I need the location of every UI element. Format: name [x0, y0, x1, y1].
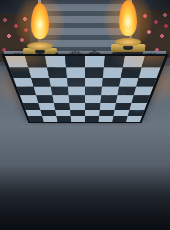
square-b4[interactable]	[36, 95, 54, 103]
square-h7[interactable]	[139, 67, 161, 77]
square-f6[interactable]	[102, 78, 121, 87]
square-f4[interactable]	[101, 95, 118, 103]
square-h1[interactable]	[126, 116, 142, 122]
square-c4[interactable]	[52, 95, 69, 103]
square-b1[interactable]	[42, 116, 57, 122]
square-f1[interactable]	[99, 116, 114, 122]
game-scene: ♜♞♝♛♚♝♞♜♟♟♟♟♟♟♟♟♟♟♝♝♟♟♟♛♚♞♟	[0, 0, 170, 230]
square-c7[interactable]	[47, 67, 67, 77]
square-d1[interactable]	[71, 116, 85, 122]
square-c3[interactable]	[54, 103, 70, 110]
square-d3[interactable]	[69, 103, 85, 110]
square-e7[interactable]	[85, 67, 104, 77]
square-h5[interactable]	[134, 87, 153, 95]
square-h4[interactable]	[132, 95, 150, 103]
square-f7[interactable]	[103, 67, 123, 77]
square-h3[interactable]	[130, 103, 148, 110]
square-d6[interactable]	[67, 78, 85, 87]
square-d8[interactable]	[65, 56, 85, 67]
square-d4[interactable]	[69, 95, 85, 103]
square-c1[interactable]	[56, 116, 71, 122]
square-c8[interactable]	[45, 56, 66, 67]
square-f3[interactable]	[100, 103, 116, 110]
square-e5[interactable]	[85, 87, 102, 95]
torch-flame-icon-right	[117, 0, 139, 40]
square-b7[interactable]	[28, 67, 49, 77]
square-e6[interactable]	[85, 78, 103, 87]
square-f8[interactable]	[104, 56, 125, 67]
square-c6[interactable]	[49, 78, 68, 87]
square-b3[interactable]	[38, 103, 55, 110]
torch-flame-icon-left	[29, 3, 51, 43]
chess-board: ♜♞♝♛♚♝♞♜♟♟♟♟♟♟♟♟♟♟♝♝♟♟♟♛♚♞♟	[5, 56, 165, 122]
square-e1[interactable]	[85, 116, 99, 122]
square-e8[interactable]	[85, 56, 105, 67]
square-h6[interactable]	[136, 78, 157, 87]
square-f5[interactable]	[101, 87, 119, 95]
square-b8[interactable]	[25, 56, 47, 67]
square-b6[interactable]	[31, 78, 51, 87]
flame-core	[36, 17, 44, 33]
square-b5[interactable]	[34, 87, 53, 95]
square-c5[interactable]	[51, 87, 69, 95]
square-e3[interactable]	[85, 103, 101, 110]
flame-core	[124, 14, 132, 30]
square-e4[interactable]	[85, 95, 101, 103]
square-d5[interactable]	[68, 87, 85, 95]
